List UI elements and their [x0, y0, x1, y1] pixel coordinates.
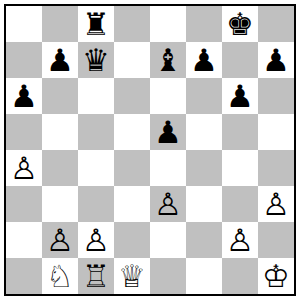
black-bishop-e7[interactable]: ♝: [154, 42, 182, 78]
square-d5[interactable]: [114, 114, 150, 150]
white-rook-c1[interactable]: ♖: [82, 258, 110, 294]
square-g8[interactable]: ♚: [222, 6, 258, 42]
square-g3[interactable]: [222, 186, 258, 222]
square-h4[interactable]: [258, 150, 294, 186]
square-e3[interactable]: ♙: [150, 186, 186, 222]
square-e2[interactable]: [150, 222, 186, 258]
square-b8[interactable]: [42, 6, 78, 42]
black-queen-c7[interactable]: ♛: [82, 42, 110, 78]
white-pawn-b2[interactable]: ♙: [46, 222, 74, 258]
square-d6[interactable]: [114, 78, 150, 114]
square-c4[interactable]: [78, 150, 114, 186]
square-a4[interactable]: ♙: [6, 150, 42, 186]
black-pawn-e5[interactable]: ♟: [154, 114, 182, 150]
square-h6[interactable]: [258, 78, 294, 114]
square-g2[interactable]: ♙: [222, 222, 258, 258]
square-g7[interactable]: [222, 42, 258, 78]
square-a3[interactable]: [6, 186, 42, 222]
white-king-h1[interactable]: ♔: [262, 258, 290, 294]
square-f2[interactable]: [186, 222, 222, 258]
black-pawn-a6[interactable]: ♟: [10, 78, 38, 114]
square-h7[interactable]: ♟: [258, 42, 294, 78]
square-b3[interactable]: [42, 186, 78, 222]
square-f4[interactable]: [186, 150, 222, 186]
square-c8[interactable]: ♜: [78, 6, 114, 42]
square-c1[interactable]: ♖: [78, 258, 114, 294]
square-d4[interactable]: [114, 150, 150, 186]
square-c2[interactable]: ♙: [78, 222, 114, 258]
square-h1[interactable]: ♔: [258, 258, 294, 294]
white-pawn-g2[interactable]: ♙: [226, 222, 254, 258]
black-pawn-f7[interactable]: ♟: [190, 42, 218, 78]
square-f5[interactable]: [186, 114, 222, 150]
square-e8[interactable]: [150, 6, 186, 42]
square-d8[interactable]: [114, 6, 150, 42]
white-pawn-e3[interactable]: ♙: [154, 186, 182, 222]
square-b6[interactable]: [42, 78, 78, 114]
black-pawn-g6[interactable]: ♟: [226, 78, 254, 114]
square-h8[interactable]: [258, 6, 294, 42]
white-pawn-h3[interactable]: ♙: [262, 186, 290, 222]
square-f8[interactable]: [186, 6, 222, 42]
square-b1[interactable]: ♘: [42, 258, 78, 294]
square-e6[interactable]: [150, 78, 186, 114]
square-b7[interactable]: ♟: [42, 42, 78, 78]
square-b4[interactable]: [42, 150, 78, 186]
white-queen-d1[interactable]: ♕: [118, 258, 146, 294]
black-pawn-h7[interactable]: ♟: [262, 42, 290, 78]
white-pawn-c2[interactable]: ♙: [82, 222, 110, 258]
square-f6[interactable]: [186, 78, 222, 114]
white-pawn-a4[interactable]: ♙: [10, 150, 38, 186]
square-e4[interactable]: [150, 150, 186, 186]
square-f7[interactable]: ♟: [186, 42, 222, 78]
square-a8[interactable]: [6, 6, 42, 42]
square-h3[interactable]: ♙: [258, 186, 294, 222]
square-c5[interactable]: [78, 114, 114, 150]
black-rook-c8[interactable]: ♜: [82, 6, 110, 42]
square-h5[interactable]: [258, 114, 294, 150]
square-a7[interactable]: [6, 42, 42, 78]
square-d7[interactable]: [114, 42, 150, 78]
square-h2[interactable]: [258, 222, 294, 258]
square-e1[interactable]: [150, 258, 186, 294]
square-a5[interactable]: [6, 114, 42, 150]
square-a1[interactable]: [6, 258, 42, 294]
square-d2[interactable]: [114, 222, 150, 258]
square-b5[interactable]: [42, 114, 78, 150]
square-f1[interactable]: [186, 258, 222, 294]
square-a6[interactable]: ♟: [6, 78, 42, 114]
square-f3[interactable]: [186, 186, 222, 222]
square-c6[interactable]: [78, 78, 114, 114]
square-d1[interactable]: ♕: [114, 258, 150, 294]
square-a2[interactable]: [6, 222, 42, 258]
white-knight-b1[interactable]: ♘: [46, 258, 74, 294]
square-g6[interactable]: ♟: [222, 78, 258, 114]
chess-board: ♜♚♟♛♝♟♟♟♟♟♙♙♙♙♙♙♘♖♕♔: [4, 4, 296, 296]
square-d3[interactable]: [114, 186, 150, 222]
square-g5[interactable]: [222, 114, 258, 150]
black-king-g8[interactable]: ♚: [226, 6, 254, 42]
black-pawn-b7[interactable]: ♟: [46, 42, 74, 78]
board-margin: ♜♚♟♛♝♟♟♟♟♟♙♙♙♙♙♙♘♖♕♔: [0, 0, 300, 300]
square-b2[interactable]: ♙: [42, 222, 78, 258]
square-g4[interactable]: [222, 150, 258, 186]
square-c7[interactable]: ♛: [78, 42, 114, 78]
square-e5[interactable]: ♟: [150, 114, 186, 150]
square-c3[interactable]: [78, 186, 114, 222]
square-g1[interactable]: [222, 258, 258, 294]
square-e7[interactable]: ♝: [150, 42, 186, 78]
